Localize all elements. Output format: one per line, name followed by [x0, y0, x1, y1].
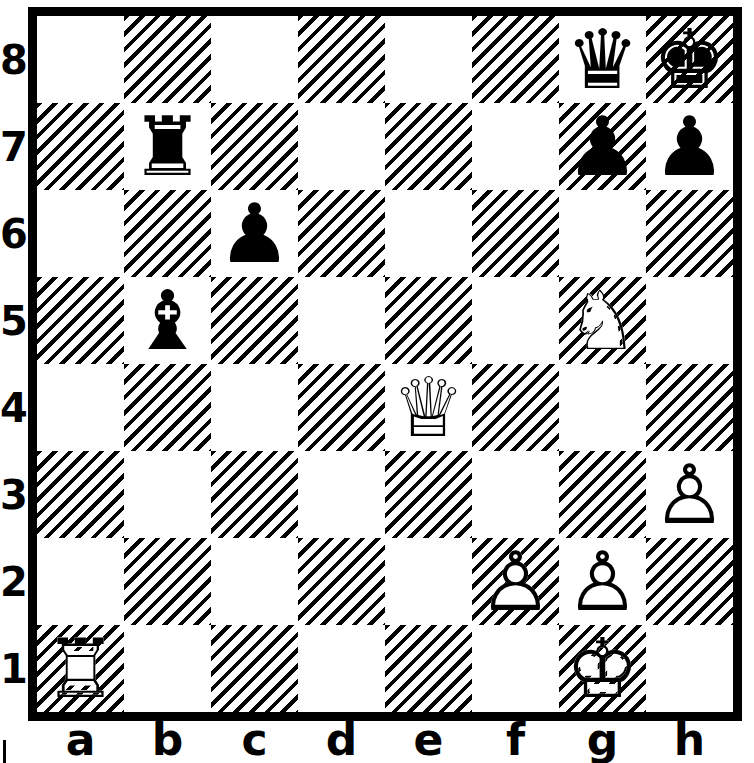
- square-f8[interactable]: [472, 16, 559, 103]
- rank-label-8: 8: [0, 16, 28, 103]
- file-label-g: g: [559, 716, 646, 762]
- file-label-f: f: [472, 716, 559, 762]
- square-f5[interactable]: [472, 277, 559, 364]
- square-c8[interactable]: [211, 16, 298, 103]
- piece-glyph: ♝: [124, 277, 211, 364]
- piece-white-rook[interactable]: ♜♖: [37, 625, 124, 712]
- square-f4[interactable]: [472, 364, 559, 451]
- square-h7[interactable]: ♟: [646, 103, 733, 190]
- piece-glyph: ♚: [646, 16, 733, 103]
- rank-label-1: 1: [0, 625, 28, 712]
- rank-label-3: 3: [0, 451, 28, 538]
- square-g7[interactable]: ♟: [559, 103, 646, 190]
- square-e8[interactable]: [385, 16, 472, 103]
- piece-glyph: ♜: [124, 103, 211, 190]
- piece-black-queen[interactable]: ♛: [559, 16, 646, 103]
- square-d6[interactable]: [298, 190, 385, 277]
- piece-white-knight[interactable]: ♞♘: [559, 277, 646, 364]
- square-e5[interactable]: [385, 277, 472, 364]
- piece-white-king[interactable]: ♚♔: [559, 625, 646, 712]
- square-g6[interactable]: [559, 190, 646, 277]
- piece-white-queen[interactable]: ♛♕: [385, 364, 472, 451]
- piece-glyph: ♖: [37, 625, 124, 712]
- piece-glyph: ♙: [559, 538, 646, 625]
- square-f7[interactable]: [472, 103, 559, 190]
- piece-glyph: ♙: [472, 538, 559, 625]
- square-a4[interactable]: [37, 364, 124, 451]
- square-e6[interactable]: [385, 190, 472, 277]
- square-a2[interactable]: [37, 538, 124, 625]
- square-c7[interactable]: [211, 103, 298, 190]
- piece-black-king[interactable]: ♚: [646, 16, 733, 103]
- rank-label-7: 7: [0, 103, 28, 190]
- square-g5[interactable]: ♞♘: [559, 277, 646, 364]
- scan-artifact: [3, 740, 6, 763]
- square-d5[interactable]: [298, 277, 385, 364]
- piece-glyph: ♙: [646, 451, 733, 538]
- square-d7[interactable]: [298, 103, 385, 190]
- square-g4[interactable]: [559, 364, 646, 451]
- square-b8[interactable]: [124, 16, 211, 103]
- piece-black-pawn[interactable]: ♟: [559, 103, 646, 190]
- file-label-b: b: [124, 716, 211, 762]
- square-h8[interactable]: ♚: [646, 16, 733, 103]
- square-b5[interactable]: ♝: [124, 277, 211, 364]
- square-c4[interactable]: [211, 364, 298, 451]
- file-label-e: e: [385, 716, 472, 762]
- square-c3[interactable]: [211, 451, 298, 538]
- file-label-c: c: [211, 716, 298, 762]
- square-h4[interactable]: [646, 364, 733, 451]
- square-g3[interactable]: [559, 451, 646, 538]
- square-a6[interactable]: [37, 190, 124, 277]
- square-b7[interactable]: ♜: [124, 103, 211, 190]
- square-b6[interactable]: [124, 190, 211, 277]
- square-d8[interactable]: [298, 16, 385, 103]
- piece-white-pawn[interactable]: ♟♙: [472, 538, 559, 625]
- piece-glyph: ♘: [559, 277, 646, 364]
- square-b1[interactable]: [124, 625, 211, 712]
- piece-glyph: ♟: [646, 103, 733, 190]
- square-g8[interactable]: ♛: [559, 16, 646, 103]
- square-g1[interactable]: ♚♔: [559, 625, 646, 712]
- piece-black-bishop[interactable]: ♝: [124, 277, 211, 364]
- square-e3[interactable]: [385, 451, 472, 538]
- rank-label-5: 5: [0, 277, 28, 364]
- square-h1[interactable]: [646, 625, 733, 712]
- square-f2[interactable]: ♟♙: [472, 538, 559, 625]
- square-c5[interactable]: [211, 277, 298, 364]
- piece-glyph: ♔: [559, 625, 646, 712]
- square-d4[interactable]: [298, 364, 385, 451]
- file-label-a: a: [37, 716, 124, 762]
- square-f1[interactable]: [472, 625, 559, 712]
- square-f3[interactable]: [472, 451, 559, 538]
- square-e7[interactable]: [385, 103, 472, 190]
- square-c2[interactable]: [211, 538, 298, 625]
- piece-glyph: ♟: [559, 103, 646, 190]
- square-e1[interactable]: [385, 625, 472, 712]
- square-a3[interactable]: [37, 451, 124, 538]
- square-c1[interactable]: [211, 625, 298, 712]
- square-d2[interactable]: [298, 538, 385, 625]
- rank-label-4: 4: [0, 364, 28, 451]
- square-h3[interactable]: ♟♙: [646, 451, 733, 538]
- square-b4[interactable]: [124, 364, 211, 451]
- piece-black-rook[interactable]: ♜: [124, 103, 211, 190]
- square-a5[interactable]: [37, 277, 124, 364]
- piece-black-pawn[interactable]: ♟: [646, 103, 733, 190]
- square-a1[interactable]: ♜♖: [37, 625, 124, 712]
- rank-label-2: 2: [0, 538, 28, 625]
- rank-label-6: 6: [0, 190, 28, 277]
- square-d3[interactable]: [298, 451, 385, 538]
- square-a7[interactable]: [37, 103, 124, 190]
- square-b3[interactable]: [124, 451, 211, 538]
- square-e4[interactable]: ♛♕: [385, 364, 472, 451]
- square-h2[interactable]: [646, 538, 733, 625]
- piece-white-pawn[interactable]: ♟♙: [559, 538, 646, 625]
- square-a8[interactable]: [37, 16, 124, 103]
- square-g2[interactable]: ♟♙: [559, 538, 646, 625]
- chess-diagram: 87654321 ♛♚♜♟♟♟♝♞♘♛♕♟♙♟♙♟♙♜♖♚♔ abcdefgh: [0, 0, 754, 763]
- piece-glyph: ♛: [559, 16, 646, 103]
- square-f6[interactable]: [472, 190, 559, 277]
- square-e2[interactable]: [385, 538, 472, 625]
- square-h5[interactable]: [646, 277, 733, 364]
- file-label-h: h: [646, 716, 733, 762]
- square-c6[interactable]: ♟: [211, 190, 298, 277]
- square-d1[interactable]: [298, 625, 385, 712]
- piece-glyph: ♕: [385, 364, 472, 451]
- chess-board: ♛♚♜♟♟♟♝♞♘♛♕♟♙♟♙♟♙♜♖♚♔: [28, 7, 742, 721]
- file-label-d: d: [298, 716, 385, 762]
- piece-white-pawn[interactable]: ♟♙: [646, 451, 733, 538]
- square-h6[interactable]: [646, 190, 733, 277]
- piece-glyph: ♟: [211, 190, 298, 277]
- piece-black-pawn[interactable]: ♟: [211, 190, 298, 277]
- square-b2[interactable]: [124, 538, 211, 625]
